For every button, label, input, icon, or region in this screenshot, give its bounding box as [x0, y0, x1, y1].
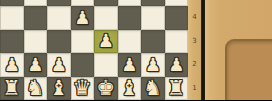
square-g1[interactable]: ♞ [141, 77, 165, 101]
square-e3[interactable]: ♟ [94, 30, 118, 54]
white-pawn[interactable]: ♟ [121, 56, 137, 74]
side-panel [205, 0, 272, 100]
square-c2[interactable]: ♟ [47, 53, 71, 77]
white-queen[interactable]: ♛ [73, 78, 92, 99]
square-d2[interactable] [71, 53, 95, 77]
square-e1[interactable]: ♚ [94, 77, 118, 101]
rank-label-4: 4 [188, 13, 201, 22]
square-e2[interactable] [94, 53, 118, 77]
rank-label-1: 1 [188, 84, 201, 93]
rank-label-3: 3 [188, 37, 201, 46]
white-knight[interactable]: ♞ [143, 78, 162, 99]
white-rook[interactable]: ♜ [167, 78, 186, 99]
square-h2[interactable]: ♟ [165, 53, 189, 77]
board-grid: ♟♟♟♟♟♟♟♟♜♞♝♛♚♝♞♜ [0, 0, 188, 100]
chess-board: ♟♟♟♟♟♟♟♟♜♞♝♛♚♝♞♜ 12345678 [0, 0, 201, 100]
rank-coordinate-strip: 12345678 [188, 0, 201, 100]
square-g4[interactable] [141, 6, 165, 30]
white-pawn[interactable]: ♟ [4, 56, 20, 74]
square-d1[interactable]: ♛ [71, 77, 95, 101]
square-b2[interactable]: ♟ [24, 53, 48, 77]
white-knight[interactable]: ♞ [26, 78, 45, 99]
square-e4[interactable] [94, 6, 118, 30]
white-pawn[interactable]: ♟ [74, 9, 90, 27]
square-c3[interactable] [47, 30, 71, 54]
square-h4[interactable] [165, 6, 189, 30]
white-king[interactable]: ♚ [96, 78, 115, 99]
white-rook[interactable]: ♜ [2, 78, 21, 99]
white-pawn[interactable]: ♟ [168, 56, 184, 74]
square-g3[interactable] [141, 30, 165, 54]
square-b3[interactable] [24, 30, 48, 54]
square-a1[interactable]: ♜ [0, 77, 24, 101]
square-a3[interactable] [0, 30, 24, 54]
square-a2[interactable]: ♟ [0, 53, 24, 77]
square-d4[interactable]: ♟ [71, 6, 95, 30]
white-pawn[interactable]: ♟ [51, 56, 67, 74]
square-c1[interactable]: ♝ [47, 77, 71, 101]
white-bishop[interactable]: ♝ [49, 78, 68, 99]
square-f2[interactable]: ♟ [118, 53, 142, 77]
square-c4[interactable] [47, 6, 71, 30]
square-a4[interactable] [0, 6, 24, 30]
chess-app-screen: ♟♟♟♟♟♟♟♟♜♞♝♛♚♝♞♜ 12345678 [0, 0, 272, 100]
rank-label-2: 2 [188, 60, 201, 69]
square-b4[interactable] [24, 6, 48, 30]
white-bishop[interactable]: ♝ [120, 78, 139, 99]
white-pawn[interactable]: ♟ [145, 56, 161, 74]
square-h1[interactable]: ♜ [165, 77, 189, 101]
square-d3[interactable] [71, 30, 95, 54]
piece-tray [225, 39, 272, 100]
white-pawn[interactable]: ♟ [27, 56, 43, 74]
square-g2[interactable]: ♟ [141, 53, 165, 77]
square-f1[interactable]: ♝ [118, 77, 142, 101]
square-h3[interactable] [165, 30, 189, 54]
white-pawn[interactable]: ♟ [98, 32, 114, 50]
square-f4[interactable] [118, 6, 142, 30]
square-b1[interactable]: ♞ [24, 77, 48, 101]
square-f3[interactable] [118, 30, 142, 54]
